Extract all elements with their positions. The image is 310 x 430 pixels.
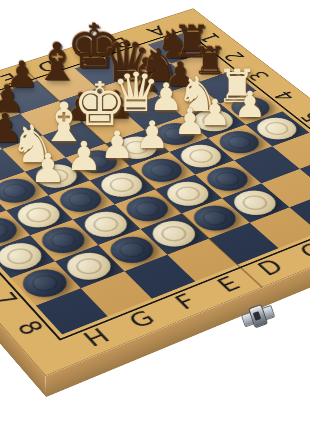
square-h8[interactable] (36, 288, 108, 334)
square-g5[interactable] (6, 195, 73, 235)
square-e7[interactable] (140, 213, 209, 254)
file-label-bottom-C: C (295, 241, 310, 262)
rank-label-right-4: 4 (270, 88, 299, 102)
square-d8[interactable] (209, 223, 279, 265)
file-label-bottom-G: G (125, 308, 160, 332)
square-d7[interactable] (182, 198, 250, 238)
square-h4[interactable] (0, 186, 6, 226)
dark-checker[interactable] (15, 264, 75, 302)
square-c7[interactable] (222, 183, 290, 222)
light-pawn[interactable]: ♟ (30, 148, 66, 188)
light-checker[interactable] (59, 248, 118, 285)
light-checker[interactable] (226, 186, 283, 219)
dark-checker[interactable] (0, 213, 24, 248)
light-checker[interactable] (10, 198, 67, 232)
light-checker[interactable] (94, 169, 150, 202)
square-g8[interactable] (81, 271, 152, 316)
light-pawn[interactable]: ♟ (234, 87, 266, 123)
square-b8[interactable] (289, 192, 310, 232)
file-label-bottom-F: F (171, 291, 201, 312)
product-photo-scene: HH11GG22FF33EE44DD55CC66BB77AA88 ♟♟♟♝♚♛♝… (0, 0, 310, 430)
light-pawn[interactable]: ♟ (135, 116, 169, 154)
file-label-bottom-H: H (80, 326, 114, 350)
square-e6[interactable] (115, 189, 182, 229)
dark-checker[interactable] (34, 223, 92, 258)
square-f6[interactable] (73, 204, 141, 245)
square-b7[interactable] (261, 169, 310, 207)
square-h5[interactable] (0, 210, 30, 251)
dark-checker[interactable] (103, 232, 162, 268)
square-g7[interactable] (55, 245, 125, 288)
square-e8[interactable] (167, 239, 237, 282)
light-checker[interactable] (0, 238, 49, 274)
square-g6[interactable] (30, 220, 98, 262)
dark-checker[interactable] (119, 192, 176, 226)
square-h6[interactable] (0, 235, 55, 278)
square-h7[interactable] (11, 261, 81, 305)
light-checker[interactable] (145, 216, 203, 251)
square-f8[interactable] (125, 255, 196, 299)
light-pawn[interactable]: ♟ (66, 136, 102, 176)
square-d6[interactable] (155, 175, 222, 214)
file-label-bottom-D: D (254, 257, 288, 279)
light-pawn[interactable]: ♟ (199, 95, 231, 131)
dark-checker[interactable] (199, 163, 255, 195)
square-f7[interactable] (98, 229, 167, 271)
rank-label-left-8: 8 (12, 318, 47, 338)
square-c8[interactable] (250, 207, 310, 248)
rank-label-right-5: 5 (297, 109, 310, 124)
square-c6[interactable] (195, 160, 261, 198)
light-checker[interactable] (160, 177, 217, 210)
light-checker[interactable] (77, 207, 135, 242)
file-label-bottom-E: E (213, 274, 244, 295)
light-checker[interactable] (0, 189, 1, 223)
rank-label-left-7: 7 (0, 289, 21, 308)
dark-checker[interactable] (186, 201, 244, 235)
light-pawn[interactable]: ♟ (100, 126, 134, 164)
